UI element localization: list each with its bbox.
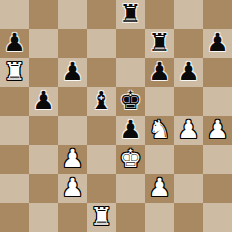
square-b1[interactable] bbox=[29, 203, 58, 232]
square-g1[interactable] bbox=[174, 203, 203, 232]
piece-white-knight[interactable]: ♞ bbox=[148, 116, 170, 144]
square-f5[interactable] bbox=[145, 87, 174, 116]
square-e8[interactable]: ♜ bbox=[116, 0, 145, 29]
square-a2[interactable] bbox=[0, 174, 29, 203]
piece-black-pawn[interactable]: ♟ bbox=[61, 58, 83, 86]
square-a8[interactable] bbox=[0, 0, 29, 29]
square-d5[interactable]: ♝ bbox=[87, 87, 116, 116]
piece-white-rook[interactable]: ♜ bbox=[90, 203, 112, 231]
square-f6[interactable]: ♟ bbox=[145, 58, 174, 87]
square-c8[interactable] bbox=[58, 0, 87, 29]
piece-black-pawn[interactable]: ♟ bbox=[206, 29, 228, 57]
square-f4[interactable]: ♞ bbox=[145, 116, 174, 145]
square-a4[interactable] bbox=[0, 116, 29, 145]
square-a7[interactable]: ♟ bbox=[0, 29, 29, 58]
square-d6[interactable] bbox=[87, 58, 116, 87]
square-d7[interactable] bbox=[87, 29, 116, 58]
square-h4[interactable]: ♟ bbox=[203, 116, 232, 145]
square-c1[interactable] bbox=[58, 203, 87, 232]
square-g4[interactable]: ♟ bbox=[174, 116, 203, 145]
square-c7[interactable] bbox=[58, 29, 87, 58]
piece-white-pawn[interactable]: ♟ bbox=[61, 145, 83, 173]
square-g2[interactable] bbox=[174, 174, 203, 203]
piece-white-pawn[interactable]: ♟ bbox=[177, 116, 199, 144]
square-f2[interactable]: ♟ bbox=[145, 174, 174, 203]
square-c5[interactable] bbox=[58, 87, 87, 116]
square-g8[interactable] bbox=[174, 0, 203, 29]
square-h3[interactable] bbox=[203, 145, 232, 174]
square-b5[interactable]: ♟ bbox=[29, 87, 58, 116]
square-c4[interactable] bbox=[58, 116, 87, 145]
square-g7[interactable] bbox=[174, 29, 203, 58]
square-g6[interactable]: ♟ bbox=[174, 58, 203, 87]
piece-black-pawn[interactable]: ♟ bbox=[177, 58, 199, 86]
square-h5[interactable] bbox=[203, 87, 232, 116]
square-b6[interactable] bbox=[29, 58, 58, 87]
square-c6[interactable]: ♟ bbox=[58, 58, 87, 87]
square-e2[interactable] bbox=[116, 174, 145, 203]
square-d1[interactable]: ♜ bbox=[87, 203, 116, 232]
square-a6[interactable]: ♜ bbox=[0, 58, 29, 87]
piece-black-pawn[interactable]: ♟ bbox=[32, 87, 54, 115]
piece-black-pawn[interactable]: ♟ bbox=[3, 29, 25, 57]
piece-white-pawn[interactable]: ♟ bbox=[61, 174, 83, 202]
square-b8[interactable] bbox=[29, 0, 58, 29]
square-e1[interactable] bbox=[116, 203, 145, 232]
square-d3[interactable] bbox=[87, 145, 116, 174]
piece-black-rook[interactable]: ♜ bbox=[119, 0, 141, 28]
piece-black-rook[interactable]: ♜ bbox=[148, 29, 170, 57]
square-a5[interactable] bbox=[0, 87, 29, 116]
chess-board-container: ♜♟♜♟♜♟♟♟♟♝♚♟♞♟♟♟♚♟♟♜ bbox=[0, 0, 232, 232]
square-c2[interactable]: ♟ bbox=[58, 174, 87, 203]
square-g5[interactable] bbox=[174, 87, 203, 116]
piece-white-pawn[interactable]: ♟ bbox=[148, 174, 170, 202]
square-b4[interactable] bbox=[29, 116, 58, 145]
square-h1[interactable] bbox=[203, 203, 232, 232]
square-e4[interactable]: ♟ bbox=[116, 116, 145, 145]
piece-black-bishop[interactable]: ♝ bbox=[90, 87, 112, 115]
piece-black-king[interactable]: ♚ bbox=[119, 87, 141, 115]
square-d4[interactable] bbox=[87, 116, 116, 145]
square-h7[interactable]: ♟ bbox=[203, 29, 232, 58]
square-a1[interactable] bbox=[0, 203, 29, 232]
square-b2[interactable] bbox=[29, 174, 58, 203]
square-g3[interactable] bbox=[174, 145, 203, 174]
square-e5[interactable]: ♚ bbox=[116, 87, 145, 116]
square-d2[interactable] bbox=[87, 174, 116, 203]
square-a3[interactable] bbox=[0, 145, 29, 174]
piece-white-pawn[interactable]: ♟ bbox=[206, 116, 228, 144]
square-c3[interactable]: ♟ bbox=[58, 145, 87, 174]
square-b3[interactable] bbox=[29, 145, 58, 174]
square-h2[interactable] bbox=[203, 174, 232, 203]
square-f7[interactable]: ♜ bbox=[145, 29, 174, 58]
square-f8[interactable] bbox=[145, 0, 174, 29]
square-e6[interactable] bbox=[116, 58, 145, 87]
square-h6[interactable] bbox=[203, 58, 232, 87]
piece-black-pawn[interactable]: ♟ bbox=[119, 116, 141, 144]
piece-white-king[interactable]: ♚ bbox=[119, 145, 141, 173]
square-e7[interactable] bbox=[116, 29, 145, 58]
square-f1[interactable] bbox=[145, 203, 174, 232]
square-f3[interactable] bbox=[145, 145, 174, 174]
square-d8[interactable] bbox=[87, 0, 116, 29]
piece-black-pawn[interactable]: ♟ bbox=[148, 58, 170, 86]
piece-white-rook[interactable]: ♜ bbox=[3, 58, 25, 86]
square-b7[interactable] bbox=[29, 29, 58, 58]
chess-board: ♜♟♜♟♜♟♟♟♟♝♚♟♞♟♟♟♚♟♟♜ bbox=[0, 0, 232, 232]
square-e3[interactable]: ♚ bbox=[116, 145, 145, 174]
square-h8[interactable] bbox=[203, 0, 232, 29]
